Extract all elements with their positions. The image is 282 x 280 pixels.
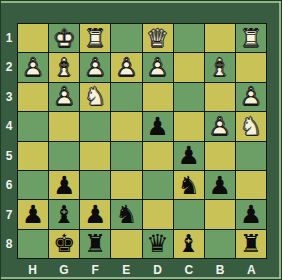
- square-g4[interactable]: [49, 112, 79, 140]
- file-label-b: B: [205, 259, 236, 280]
- black-pawn[interactable]: ♟: [84, 202, 106, 227]
- piece-outline: ♗: [53, 55, 75, 80]
- white-bishop[interactable]: ♝♗: [53, 55, 75, 80]
- black-pawn[interactable]: ♟: [177, 143, 199, 168]
- piece-outline: ♔: [53, 26, 75, 51]
- square-a4[interactable]: ♞♘: [236, 112, 266, 140]
- piece-outline: ♙: [84, 55, 106, 80]
- piece-outline: ♖: [84, 26, 106, 51]
- white-bishop[interactable]: ♝♗: [209, 55, 231, 80]
- square-b4[interactable]: ♟♙: [205, 112, 235, 140]
- square-f8[interactable]: ♜: [80, 230, 110, 258]
- square-f3[interactable]: ♞♘: [80, 83, 110, 111]
- square-c8[interactable]: ♝: [174, 230, 204, 258]
- square-e7[interactable]: ♞: [111, 200, 141, 228]
- square-d1[interactable]: ♛♕: [143, 24, 173, 52]
- square-f1[interactable]: ♜♖: [80, 24, 110, 52]
- square-e8[interactable]: [111, 230, 141, 258]
- square-h6[interactable]: [18, 171, 48, 199]
- square-d8[interactable]: ♛: [143, 230, 173, 258]
- black-knight[interactable]: ♞: [115, 202, 137, 227]
- square-e2[interactable]: ♟♙: [111, 53, 141, 81]
- black-pawn[interactable]: ♟: [22, 202, 44, 227]
- rank-label-5: 5: [1, 141, 17, 171]
- square-b7[interactable]: [205, 200, 235, 228]
- square-g7[interactable]: ♝: [49, 200, 79, 228]
- file-label-f: F: [80, 259, 111, 280]
- black-king[interactable]: ♚: [53, 231, 75, 256]
- white-pawn[interactable]: ♟♙: [209, 114, 231, 139]
- white-pawn[interactable]: ♟♙: [22, 55, 44, 80]
- square-e5[interactable]: [111, 142, 141, 170]
- white-pawn[interactable]: ♟♙: [240, 84, 262, 109]
- square-d4[interactable]: ♟: [143, 112, 173, 140]
- chess-board-frame: 12345678 ♚♔♜♖♛♕♜♖♟♙♝♗♟♙♟♙♟♙♝♗♟♙♞♘♟♙♟♟♙♞♘…: [0, 0, 282, 280]
- black-queen[interactable]: ♛: [146, 231, 168, 256]
- square-c1[interactable]: [174, 24, 204, 52]
- chess-board[interactable]: ♚♔♜♖♛♕♜♖♟♙♝♗♟♙♟♙♟♙♝♗♟♙♞♘♟♙♟♟♙♞♘♟♟♞♟♟♝♟♞♟…: [17, 23, 267, 259]
- square-h5[interactable]: [18, 142, 48, 170]
- square-f6[interactable]: [80, 171, 110, 199]
- file-label-h: H: [17, 259, 48, 280]
- square-b2[interactable]: ♝♗: [205, 53, 235, 81]
- white-pawn[interactable]: ♟♙: [146, 55, 168, 80]
- file-labels: HGFEDCBA: [17, 259, 267, 280]
- square-f5[interactable]: [80, 142, 110, 170]
- white-knight[interactable]: ♞♘: [84, 84, 106, 109]
- white-pawn[interactable]: ♟♙: [53, 84, 75, 109]
- black-pawn[interactable]: ♟: [209, 173, 231, 198]
- square-c3[interactable]: [174, 83, 204, 111]
- black-pawn[interactable]: ♟: [240, 202, 262, 227]
- square-a6[interactable]: [236, 171, 266, 199]
- white-pawn[interactable]: ♟♙: [115, 55, 137, 80]
- black-knight[interactable]: ♞: [177, 173, 199, 198]
- piece-outline: ♙: [209, 114, 231, 139]
- square-a8[interactable]: ♜: [236, 230, 266, 258]
- square-a3[interactable]: ♟♙: [236, 83, 266, 111]
- square-e1[interactable]: [111, 24, 141, 52]
- black-pawn[interactable]: ♟: [146, 114, 168, 139]
- square-f4[interactable]: [80, 112, 110, 140]
- file-label-c: C: [173, 259, 204, 280]
- square-b1[interactable]: [205, 24, 235, 52]
- white-rook[interactable]: ♜♖: [240, 26, 262, 51]
- square-g3[interactable]: ♟♙: [49, 83, 79, 111]
- square-a1[interactable]: ♜♖: [236, 24, 266, 52]
- rank-label-7: 7: [1, 200, 17, 230]
- square-d6[interactable]: [143, 171, 173, 199]
- white-rook[interactable]: ♜♖: [84, 26, 106, 51]
- square-d7[interactable]: [143, 200, 173, 228]
- square-h1[interactable]: [18, 24, 48, 52]
- white-pawn[interactable]: ♟♙: [84, 55, 106, 80]
- piece-outline: ♘: [240, 114, 262, 139]
- piece-outline: ♘: [84, 84, 106, 109]
- square-f2[interactable]: ♟♙: [80, 53, 110, 81]
- black-pawn[interactable]: ♟: [53, 173, 75, 198]
- rank-label-3: 3: [1, 82, 17, 112]
- rank-label-4: 4: [1, 112, 17, 142]
- square-e4[interactable]: [111, 112, 141, 140]
- black-rook[interactable]: ♜: [240, 231, 262, 256]
- file-label-g: G: [48, 259, 79, 280]
- rank-label-2: 2: [1, 53, 17, 83]
- piece-outline: ♙: [53, 84, 75, 109]
- rank-labels: 12345678: [1, 23, 17, 259]
- black-rook[interactable]: ♜: [84, 231, 106, 256]
- square-b8[interactable]: [205, 230, 235, 258]
- square-g6[interactable]: ♟: [49, 171, 79, 199]
- square-a5[interactable]: [236, 142, 266, 170]
- rank-label-1: 1: [1, 23, 17, 53]
- file-label-e: E: [111, 259, 142, 280]
- piece-outline: ♙: [22, 55, 44, 80]
- rank-label-8: 8: [1, 230, 17, 260]
- square-d2[interactable]: ♟♙: [143, 53, 173, 81]
- black-bishop[interactable]: ♝: [53, 202, 75, 227]
- file-label-d: D: [142, 259, 173, 280]
- square-c2[interactable]: [174, 53, 204, 81]
- square-c5[interactable]: ♟: [174, 142, 204, 170]
- square-d5[interactable]: [143, 142, 173, 170]
- black-bishop[interactable]: ♝: [177, 231, 199, 256]
- square-g1[interactable]: ♚♔: [49, 24, 79, 52]
- square-b3[interactable]: [205, 83, 235, 111]
- piece-outline: ♕: [146, 26, 168, 51]
- square-d3[interactable]: [143, 83, 173, 111]
- square-h3[interactable]: [18, 83, 48, 111]
- white-king[interactable]: ♚♔: [53, 26, 75, 51]
- square-e6[interactable]: [111, 171, 141, 199]
- square-c6[interactable]: ♞: [174, 171, 204, 199]
- piece-outline: ♙: [115, 55, 137, 80]
- square-e3[interactable]: [111, 83, 141, 111]
- piece-outline: ♖: [240, 26, 262, 51]
- square-b6[interactable]: ♟: [205, 171, 235, 199]
- square-c7[interactable]: [174, 200, 204, 228]
- rank-label-6: 6: [1, 171, 17, 201]
- square-h7[interactable]: ♟: [18, 200, 48, 228]
- square-g5[interactable]: [49, 142, 79, 170]
- white-queen[interactable]: ♛♕: [146, 26, 168, 51]
- white-knight[interactable]: ♞♘: [240, 114, 262, 139]
- square-a7[interactable]: ♟: [236, 200, 266, 228]
- square-g2[interactable]: ♝♗: [49, 53, 79, 81]
- file-label-a: A: [236, 259, 267, 280]
- square-f7[interactable]: ♟: [80, 200, 110, 228]
- square-b5[interactable]: [205, 142, 235, 170]
- square-h8[interactable]: [18, 230, 48, 258]
- piece-outline: ♙: [146, 55, 168, 80]
- square-g8[interactable]: ♚: [49, 230, 79, 258]
- square-a2[interactable]: [236, 53, 266, 81]
- piece-outline: ♗: [209, 55, 231, 80]
- piece-outline: ♙: [240, 84, 262, 109]
- square-c4[interactable]: [174, 112, 204, 140]
- square-h2[interactable]: ♟♙: [18, 53, 48, 81]
- square-h4[interactable]: [18, 112, 48, 140]
